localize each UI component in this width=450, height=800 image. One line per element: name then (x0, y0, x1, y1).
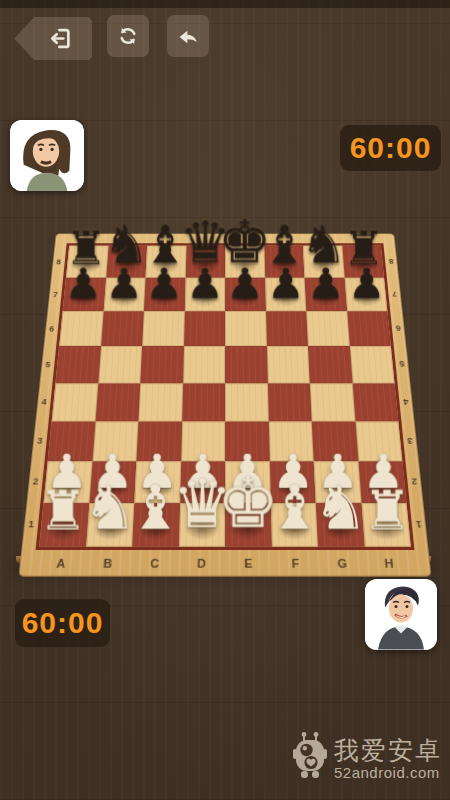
square-b6[interactable] (101, 311, 144, 346)
square-a4[interactable] (52, 383, 98, 421)
file-label: F (272, 552, 320, 574)
watermark-title: 我爱安卓 (334, 737, 442, 765)
piece-black-pawn-g7[interactable]: ♟ (307, 263, 345, 305)
piece-black-pawn-d7[interactable]: ♟ (186, 263, 224, 305)
piece-black-pawn-b7[interactable]: ♟ (105, 263, 143, 305)
piece-black-pawn-f7[interactable]: ♟ (267, 263, 305, 305)
square-g4[interactable] (310, 383, 355, 421)
piece-black-pawn-e7[interactable]: ♟ (226, 263, 264, 305)
square-h1[interactable]: ♜ (361, 503, 411, 547)
chess-board[interactable]: 87654321 87654321 ABCDEFGH ♜♞♝♛♚♝♞♜♟♟♟♟♟… (18, 233, 431, 576)
square-f7[interactable]: ♟ (265, 278, 306, 312)
square-a6[interactable] (59, 311, 103, 346)
restart-button[interactable] (107, 15, 149, 57)
watermark-text: 我爱安卓 52android.com (334, 737, 442, 782)
rank-label: 7 (388, 278, 402, 312)
piece-white-knight-g1[interactable]: ♞ (313, 477, 368, 538)
robot-mascot-icon (292, 731, 328, 787)
square-f5[interactable] (266, 346, 309, 383)
square-g7[interactable]: ♟ (305, 278, 347, 312)
rank-label: 6 (45, 311, 59, 346)
watermark-subtitle: 52android.com (334, 764, 442, 781)
watermark: 我爱安卓 52android.com (292, 731, 442, 787)
file-label: H (365, 552, 414, 574)
square-c7[interactable]: ♟ (144, 278, 185, 312)
square-b4[interactable] (95, 383, 140, 421)
rank-label: 3 (402, 421, 418, 461)
young-man-illustration (365, 579, 437, 650)
square-e5[interactable] (225, 346, 267, 383)
board-playing-area: ♜♞♝♛♚♝♞♜♟♟♟♟♟♟♟♟♟♟♟♟♟♟♟♟♜♞♝♛♚♝♞♜ (36, 243, 415, 550)
square-b7[interactable]: ♟ (103, 278, 145, 312)
piece-white-rook-a1[interactable]: ♜ (39, 484, 88, 538)
square-e6[interactable] (225, 311, 266, 346)
player-clock: 60:00 (15, 599, 110, 647)
square-c6[interactable] (142, 311, 184, 346)
chess-board-scene: 87654321 87654321 ABCDEFGH ♜♞♝♛♚♝♞♜♟♟♟♟♟… (39, 202, 411, 574)
square-a5[interactable] (55, 346, 100, 383)
square-h6[interactable] (347, 311, 391, 346)
square-g1[interactable]: ♞ (316, 503, 365, 547)
piece-black-pawn-h7[interactable]: ♟ (348, 263, 386, 305)
square-e7[interactable]: ♟ (225, 278, 266, 312)
piece-black-pawn-c7[interactable]: ♟ (146, 263, 184, 305)
square-f1[interactable]: ♝ (270, 503, 318, 547)
rank-label: 6 (391, 311, 405, 346)
restart-icon (115, 23, 141, 49)
rank-label: 8 (384, 246, 398, 278)
square-c4[interactable] (138, 383, 182, 421)
opponent-clock-time: 60:00 (350, 131, 432, 165)
square-f4[interactable] (267, 383, 311, 421)
file-label: C (131, 552, 179, 574)
bearded-man-illustration (10, 120, 84, 191)
square-f6[interactable] (266, 311, 308, 346)
square-b5[interactable] (98, 346, 142, 383)
player-clock-time: 60:00 (22, 606, 104, 640)
square-e1[interactable]: ♚ (225, 503, 271, 547)
opponent-clock: 60:00 (340, 125, 441, 171)
square-d4[interactable] (182, 383, 225, 421)
board-grid: ♜♞♝♛♚♝♞♜♟♟♟♟♟♟♟♟♟♟♟♟♟♟♟♟♜♞♝♛♚♝♞♜ (39, 246, 411, 547)
undo-icon (175, 23, 201, 49)
square-g6[interactable] (306, 311, 349, 346)
piece-white-rook-h1[interactable]: ♜ (362, 484, 411, 538)
square-c5[interactable] (140, 346, 183, 383)
square-b1[interactable]: ♞ (86, 503, 135, 547)
file-label: A (36, 552, 85, 574)
app-screen: 60:00 87654321 87654321 ABCDEFGH ♜♞♝♛♚♝♞… (0, 0, 450, 800)
opponent-avatar (10, 120, 84, 191)
file-label: G (318, 552, 366, 574)
square-e4[interactable] (225, 383, 268, 421)
file-labels-bottom: ABCDEFGH (36, 552, 413, 574)
exit-button[interactable] (14, 17, 92, 60)
file-label: B (84, 552, 132, 574)
square-g5[interactable] (308, 346, 352, 383)
square-h5[interactable] (349, 346, 394, 383)
square-h7[interactable]: ♟ (344, 278, 387, 312)
square-d6[interactable] (184, 311, 225, 346)
square-d7[interactable]: ♟ (184, 278, 225, 312)
file-label: D (178, 552, 225, 574)
square-d5[interactable] (183, 346, 225, 383)
player-avatar (365, 579, 437, 650)
piece-black-pawn-a7[interactable]: ♟ (65, 263, 103, 305)
square-a7[interactable]: ♟ (63, 278, 106, 312)
file-label: E (225, 552, 272, 574)
exit-icon (33, 25, 74, 52)
square-h4[interactable] (352, 383, 398, 421)
undo-button[interactable] (167, 15, 209, 57)
